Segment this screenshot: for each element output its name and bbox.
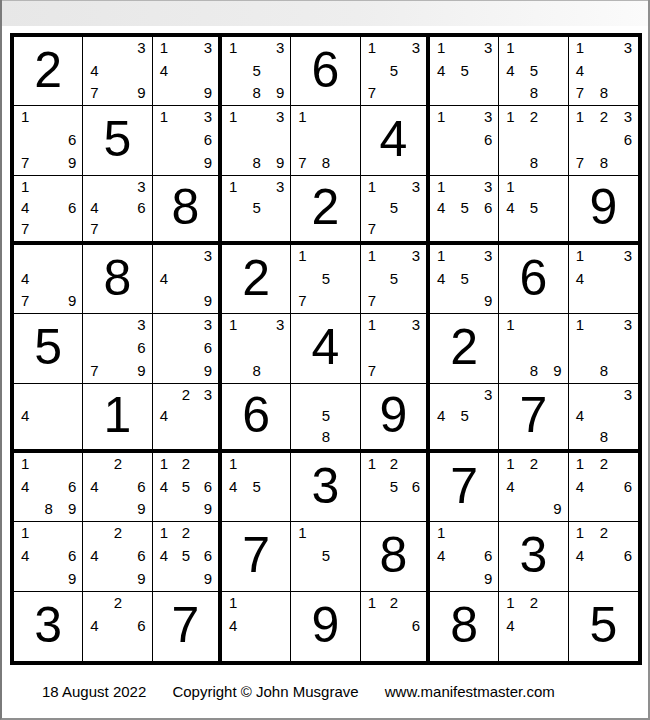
solved-digit: 7 (450, 461, 478, 511)
candidate-1: 1 (21, 524, 39, 545)
cell-r6c1: 4 (14, 384, 83, 453)
candidate-3: 3 (613, 316, 632, 337)
solved-digit: 9 (379, 390, 407, 440)
candidate-3: 3 (127, 316, 145, 337)
pencil-marks: 157 (298, 247, 353, 309)
cell-r3c1: 1467 (14, 176, 83, 245)
cell-r5c4: 138 (222, 314, 291, 383)
cell-r3c2: 3467 (83, 176, 152, 245)
candidate-3: 3 (266, 316, 284, 337)
candidate-6: 6 (403, 615, 420, 636)
candidate-6: 6 (474, 197, 492, 217)
candidate-9: 9 (58, 289, 76, 310)
candidate-5: 5 (177, 476, 194, 497)
cell-r8c3: 124569 (153, 522, 222, 591)
candidate-6: 6 (613, 129, 632, 150)
pencil-marks: 178 (298, 108, 353, 170)
solved-digit: 3 (34, 600, 62, 650)
cell-r7c9: 1246 (569, 453, 638, 522)
candidate-1: 1 (160, 455, 177, 476)
candidate-9: 9 (127, 497, 145, 518)
cell-r4c5: 157 (291, 245, 360, 314)
pencil-marks: 1357 (368, 178, 420, 237)
cell-r9c5: 9 (291, 592, 360, 661)
candidate-4: 4 (90, 545, 108, 566)
cell-r7c3: 124569 (153, 453, 222, 522)
solved-digit: 2 (242, 253, 270, 303)
candidate-6: 6 (474, 129, 492, 150)
candidate-1: 1 (576, 316, 595, 337)
candidate-1: 1 (506, 594, 524, 615)
cell-r7c2: 2469 (83, 453, 152, 522)
solved-digit: 7 (520, 390, 548, 440)
candidate-4: 4 (90, 615, 108, 636)
cell-r6c8: 7 (499, 384, 568, 453)
solved-digit: 8 (379, 530, 407, 580)
pencil-marks: 345 (437, 386, 492, 445)
candidate-1: 1 (368, 316, 385, 337)
candidate-9: 9 (543, 358, 561, 379)
cell-r1c4: 13589 (222, 37, 291, 106)
candidate-4: 4 (437, 545, 455, 566)
cell-r8c7: 1469 (430, 522, 499, 591)
candidate-4: 4 (229, 476, 247, 497)
candidate-3: 3 (195, 386, 212, 406)
cell-r2c3: 1369 (153, 106, 222, 175)
candidate-4: 4 (506, 615, 524, 636)
candidate-5: 5 (177, 545, 194, 566)
candidate-8: 8 (594, 358, 613, 379)
pencil-marks: 369 (160, 316, 212, 378)
candidate-3: 3 (266, 178, 284, 198)
cell-r2c8: 128 (499, 106, 568, 175)
footer: 18 August 2022 Copyright © John Musgrave… (42, 683, 555, 700)
candidate-5: 5 (247, 476, 265, 497)
cell-r2c9: 123678 (569, 106, 638, 175)
pencil-marks: 3479 (90, 39, 145, 101)
pencil-marks: 124 (506, 594, 561, 657)
cell-r8c2: 2469 (83, 522, 152, 591)
pencil-marks: 13456 (437, 178, 492, 237)
candidate-2: 2 (525, 108, 543, 129)
footer-date: 18 August 2022 (42, 683, 146, 700)
pencil-marks: 145 (506, 178, 561, 237)
pencil-marks: 479 (21, 247, 76, 309)
cell-r5c8: 189 (499, 314, 568, 383)
candidate-1: 1 (160, 108, 177, 129)
candidate-4: 4 (576, 268, 595, 289)
pencil-marks: 234 (160, 386, 212, 445)
pencil-marks: 126 (368, 594, 420, 657)
solved-digit: 4 (312, 322, 340, 372)
candidate-9: 9 (58, 566, 76, 587)
candidate-9: 9 (195, 358, 212, 379)
candidate-9: 9 (195, 566, 212, 587)
candidate-4: 4 (437, 268, 455, 289)
candidate-1: 1 (21, 455, 39, 476)
solved-digit: 7 (171, 600, 199, 650)
pencil-marks: 1469 (21, 524, 76, 586)
candidate-5: 5 (455, 405, 473, 425)
cell-r5c2: 3679 (83, 314, 152, 383)
candidate-9: 9 (543, 497, 561, 518)
candidate-6: 6 (127, 615, 145, 636)
candidate-1: 1 (368, 39, 385, 60)
cell-r9c1: 3 (14, 592, 83, 661)
candidate-3: 3 (474, 247, 492, 268)
cell-r9c4: 14 (222, 592, 291, 661)
cell-r4c9: 134 (569, 245, 638, 314)
pencil-marks: 1256 (368, 455, 420, 517)
candidate-1: 1 (160, 524, 177, 545)
candidate-1: 1 (506, 455, 524, 476)
cell-r6c6: 9 (361, 384, 430, 453)
cell-r4c4: 2 (222, 245, 291, 314)
pencil-marks: 3679 (90, 316, 145, 378)
pencil-marks: 1349 (160, 39, 212, 101)
cell-r7c6: 1256 (361, 453, 430, 522)
cell-r6c5: 58 (291, 384, 360, 453)
solved-digit: 2 (34, 45, 62, 95)
candidate-2: 2 (109, 524, 127, 545)
pencil-marks: 1469 (437, 524, 492, 586)
pencil-marks: 134 (576, 247, 632, 309)
candidate-4: 4 (160, 476, 177, 497)
pencil-marks: 13589 (229, 39, 284, 101)
sudoku-board: 2347913491358961357134514581347816795136… (10, 33, 642, 665)
cell-r5c5: 4 (291, 314, 360, 383)
cell-r6c4: 6 (222, 384, 291, 453)
solved-digit: 8 (104, 253, 132, 303)
solved-digit: 8 (450, 600, 478, 650)
candidate-2: 2 (109, 594, 127, 615)
candidate-4: 4 (576, 545, 595, 566)
cell-r1c9: 13478 (569, 37, 638, 106)
pencil-marks: 13459 (437, 247, 492, 309)
footer-website: www.manifestmaster.com (385, 683, 555, 700)
candidate-2: 2 (525, 455, 543, 476)
candidate-3: 3 (613, 108, 632, 129)
footer-copyright: Copyright © John Musgrave (172, 683, 358, 700)
cell-r3c7: 13456 (430, 176, 499, 245)
candidate-7: 7 (368, 217, 385, 237)
candidate-6: 6 (195, 129, 212, 150)
candidate-3: 3 (403, 39, 420, 60)
candidate-4: 4 (21, 268, 39, 289)
solved-digit: 6 (242, 390, 270, 440)
candidate-6: 6 (58, 197, 76, 217)
candidate-7: 7 (298, 289, 316, 310)
candidate-6: 6 (613, 476, 632, 497)
candidate-9: 9 (195, 150, 212, 171)
candidate-5: 5 (247, 60, 265, 81)
candidate-2: 2 (594, 524, 613, 545)
candidate-1: 1 (506, 316, 524, 337)
cell-r4c7: 13459 (430, 245, 499, 314)
candidate-1: 1 (576, 524, 595, 545)
pencil-marks: 1246 (576, 524, 632, 586)
candidate-2: 2 (385, 594, 402, 615)
cell-r7c8: 1249 (499, 453, 568, 522)
candidate-3: 3 (195, 108, 212, 129)
candidate-1: 1 (368, 455, 385, 476)
cell-r1c3: 1349 (153, 37, 222, 106)
cell-r9c3: 7 (153, 592, 222, 661)
candidate-2: 2 (109, 455, 127, 476)
candidate-4: 4 (229, 615, 247, 636)
candidate-4: 4 (506, 197, 524, 217)
candidate-6: 6 (613, 545, 632, 566)
candidate-9: 9 (127, 81, 145, 102)
candidate-1: 1 (368, 594, 385, 615)
candidate-2: 2 (594, 108, 613, 129)
candidate-9: 9 (127, 566, 145, 587)
cell-r2c5: 178 (291, 106, 360, 175)
pencil-marks: 145 (229, 455, 284, 517)
cell-r7c1: 14689 (14, 453, 83, 522)
cell-r8c4: 7 (222, 522, 291, 591)
candidate-7: 7 (90, 81, 108, 102)
candidate-8: 8 (594, 150, 613, 171)
candidate-7: 7 (21, 289, 39, 310)
cell-r6c7: 345 (430, 384, 499, 453)
candidate-3: 3 (266, 39, 284, 60)
solved-digit: 3 (312, 461, 340, 511)
cell-r1c8: 1458 (499, 37, 568, 106)
candidate-4: 4 (160, 60, 177, 81)
puzzle-page: 2347913491358961357134514581347816795136… (0, 0, 650, 720)
candidate-7: 7 (90, 358, 108, 379)
cell-r6c9: 348 (569, 384, 638, 453)
solved-digit: 4 (379, 114, 407, 164)
candidate-9: 9 (266, 150, 284, 171)
candidate-4: 4 (506, 476, 524, 497)
candidate-3: 3 (403, 247, 420, 268)
cell-r2c4: 1389 (222, 106, 291, 175)
candidate-5: 5 (455, 197, 473, 217)
pencil-marks: 1389 (229, 108, 284, 170)
candidate-7: 7 (21, 150, 39, 171)
pencil-marks: 1467 (21, 178, 76, 237)
candidate-9: 9 (474, 289, 492, 310)
cell-r5c3: 369 (153, 314, 222, 383)
cell-r7c4: 145 (222, 453, 291, 522)
candidate-1: 1 (298, 108, 316, 129)
candidate-4: 4 (437, 197, 455, 217)
candidate-7: 7 (298, 150, 316, 171)
pencil-marks: 14689 (21, 455, 76, 517)
cell-r9c9: 5 (569, 592, 638, 661)
candidate-4: 4 (21, 545, 39, 566)
solved-digit: 5 (34, 322, 62, 372)
cell-r3c5: 2 (291, 176, 360, 245)
candidate-6: 6 (127, 476, 145, 497)
candidate-9: 9 (58, 497, 76, 518)
pencil-marks: 138 (576, 316, 632, 378)
cell-r5c6: 137 (361, 314, 430, 383)
candidate-6: 6 (127, 545, 145, 566)
candidate-3: 3 (613, 247, 632, 268)
candidate-1: 1 (229, 178, 247, 198)
pencil-marks: 1345 (437, 39, 492, 101)
pencil-marks: 1246 (576, 455, 632, 517)
candidate-5: 5 (317, 268, 335, 289)
candidate-6: 6 (58, 129, 76, 150)
candidate-1: 1 (437, 178, 455, 198)
cell-r9c2: 246 (83, 592, 152, 661)
candidate-3: 3 (195, 39, 212, 60)
candidate-7: 7 (368, 81, 385, 102)
candidate-8: 8 (594, 81, 613, 102)
cell-r4c8: 6 (499, 245, 568, 314)
solved-digit: 8 (171, 182, 199, 232)
pencil-marks: 4 (21, 386, 76, 445)
cell-r2c6: 4 (361, 106, 430, 175)
pencil-marks: 348 (576, 386, 632, 445)
candidate-1: 1 (368, 178, 385, 198)
candidate-8: 8 (39, 497, 57, 518)
cell-r2c7: 136 (430, 106, 499, 175)
pencil-marks: 189 (506, 316, 561, 378)
cell-r7c7: 7 (430, 453, 499, 522)
cell-r1c2: 3479 (83, 37, 152, 106)
candidate-5: 5 (455, 268, 473, 289)
candidate-6: 6 (127, 197, 145, 217)
cell-r3c6: 1357 (361, 176, 430, 245)
pencil-marks: 124569 (160, 524, 212, 586)
candidate-5: 5 (247, 197, 265, 217)
candidate-2: 2 (177, 386, 194, 406)
candidate-4: 4 (90, 476, 108, 497)
candidate-6: 6 (195, 545, 212, 566)
cell-r3c8: 145 (499, 176, 568, 245)
candidate-1: 1 (229, 108, 247, 129)
solved-digit: 6 (520, 253, 548, 303)
candidate-5: 5 (317, 545, 335, 566)
candidate-1: 1 (506, 39, 524, 60)
candidate-2: 2 (594, 455, 613, 476)
candidate-1: 1 (576, 247, 595, 268)
candidate-1: 1 (298, 524, 316, 545)
candidate-6: 6 (58, 476, 76, 497)
candidate-1: 1 (21, 178, 39, 198)
cell-r9c7: 8 (430, 592, 499, 661)
candidate-1: 1 (229, 594, 247, 615)
candidate-1: 1 (576, 39, 595, 60)
candidate-5: 5 (455, 60, 473, 81)
pencil-marks: 58 (298, 386, 353, 445)
candidate-6: 6 (127, 337, 145, 358)
candidate-7: 7 (368, 358, 385, 379)
candidate-1: 1 (437, 524, 455, 545)
candidate-8: 8 (247, 150, 265, 171)
candidate-9: 9 (266, 81, 284, 102)
candidate-9: 9 (474, 566, 492, 587)
candidate-3: 3 (127, 39, 145, 60)
cell-r8c8: 3 (499, 522, 568, 591)
pencil-marks: 138 (229, 316, 284, 378)
candidate-5: 5 (385, 60, 402, 81)
candidate-3: 3 (195, 247, 212, 268)
candidate-3: 3 (474, 108, 492, 129)
candidate-3: 3 (613, 39, 632, 60)
solved-digit: 6 (312, 45, 340, 95)
solved-digit: 1 (104, 390, 132, 440)
candidate-5: 5 (525, 60, 543, 81)
candidate-3: 3 (474, 39, 492, 60)
pencil-marks: 1679 (21, 108, 76, 170)
candidate-4: 4 (437, 405, 455, 425)
candidate-3: 3 (613, 386, 632, 406)
candidate-1: 1 (21, 108, 39, 129)
candidate-8: 8 (525, 358, 543, 379)
cell-r1c1: 2 (14, 37, 83, 106)
candidate-8: 8 (247, 358, 265, 379)
candidate-5: 5 (525, 197, 543, 217)
candidate-4: 4 (576, 60, 595, 81)
pencil-marks: 124569 (160, 455, 212, 517)
candidate-5: 5 (385, 476, 402, 497)
candidate-1: 1 (437, 108, 455, 129)
cell-r7c5: 3 (291, 453, 360, 522)
pencil-marks: 135 (229, 178, 284, 237)
candidate-7: 7 (576, 150, 595, 171)
candidate-1: 1 (229, 39, 247, 60)
cell-r8c6: 8 (361, 522, 430, 591)
candidate-4: 4 (160, 545, 177, 566)
pencil-marks: 136 (437, 108, 492, 170)
candidate-8: 8 (317, 425, 335, 445)
candidate-6: 6 (195, 476, 212, 497)
candidate-3: 3 (127, 178, 145, 198)
candidate-3: 3 (195, 316, 212, 337)
cell-r9c6: 126 (361, 592, 430, 661)
candidate-6: 6 (403, 476, 420, 497)
pencil-marks: 1357 (368, 247, 420, 309)
candidate-9: 9 (195, 497, 212, 518)
window-top-edge (2, 0, 648, 26)
cell-r8c9: 1246 (569, 522, 638, 591)
candidate-5: 5 (385, 268, 402, 289)
candidate-4: 4 (160, 268, 177, 289)
candidate-3: 3 (474, 178, 492, 198)
solved-digit: 7 (242, 530, 270, 580)
solved-digit: 9 (589, 182, 617, 232)
pencil-marks: 128 (506, 108, 561, 170)
cell-r2c1: 1679 (14, 106, 83, 175)
candidate-1: 1 (437, 39, 455, 60)
candidate-8: 8 (317, 150, 335, 171)
candidate-9: 9 (195, 81, 212, 102)
candidate-3: 3 (474, 386, 492, 406)
candidate-7: 7 (576, 81, 595, 102)
cell-r3c9: 9 (569, 176, 638, 245)
candidate-7: 7 (90, 217, 108, 237)
candidate-2: 2 (177, 455, 194, 476)
cell-r9c8: 124 (499, 592, 568, 661)
candidate-1: 1 (506, 108, 524, 129)
cell-r4c3: 349 (153, 245, 222, 314)
pencil-marks: 15 (298, 524, 353, 586)
candidate-8: 8 (247, 81, 265, 102)
candidate-1: 1 (437, 247, 455, 268)
solved-digit: 5 (104, 114, 132, 164)
pencil-marks: 1458 (506, 39, 561, 101)
pencil-marks: 14 (229, 594, 284, 657)
cell-r8c1: 1469 (14, 522, 83, 591)
cell-r4c1: 479 (14, 245, 83, 314)
candidate-6: 6 (474, 545, 492, 566)
